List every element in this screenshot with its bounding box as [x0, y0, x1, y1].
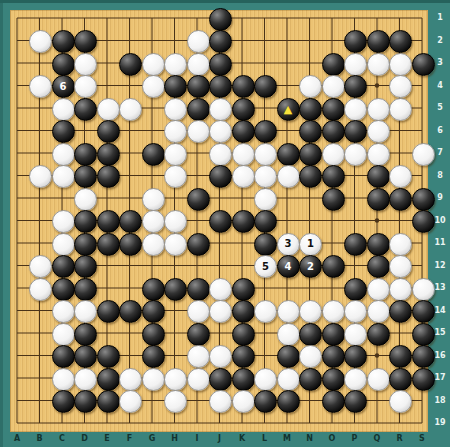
stone-white[interactable] — [142, 210, 165, 233]
star-point — [375, 218, 379, 222]
row-label: 12 — [430, 261, 450, 270]
column-label: R — [390, 434, 410, 443]
row-label: 3 — [430, 58, 450, 67]
stone-white[interactable] — [344, 143, 367, 166]
column-label: A — [7, 434, 27, 443]
stone-black[interactable] — [97, 390, 120, 413]
stone-white[interactable] — [164, 143, 187, 166]
stone-white[interactable] — [344, 300, 367, 323]
stone-black[interactable] — [74, 165, 97, 188]
stone-white[interactable] — [299, 345, 322, 368]
move-number-label: 4 — [285, 262, 292, 272]
stone-white[interactable] — [164, 368, 187, 391]
stone-white[interactable] — [164, 233, 187, 256]
stone-black[interactable] — [254, 120, 277, 143]
column-label: G — [142, 434, 162, 443]
stone-white[interactable] — [142, 75, 165, 98]
stone-black[interactable] — [254, 75, 277, 98]
column-label: I — [187, 434, 207, 443]
stone-white[interactable]: 5 — [254, 255, 277, 278]
stone-black[interactable] — [209, 210, 232, 233]
stone-white[interactable] — [367, 300, 390, 323]
column-label: S — [412, 434, 432, 443]
stone-black[interactable] — [187, 323, 210, 346]
stone-black[interactable] — [142, 345, 165, 368]
stone-white[interactable] — [232, 165, 255, 188]
stone-white[interactable] — [344, 323, 367, 346]
stone-black[interactable]: 4 — [277, 255, 300, 278]
stone-white[interactable] — [29, 30, 52, 53]
stone-black[interactable] — [322, 345, 345, 368]
stone-black[interactable] — [344, 120, 367, 143]
stone-black[interactable] — [187, 278, 210, 301]
stone-white[interactable] — [164, 390, 187, 413]
stone-white[interactable] — [187, 120, 210, 143]
stone-black[interactable] — [322, 98, 345, 121]
stone-white[interactable] — [254, 188, 277, 211]
stone-black[interactable] — [299, 120, 322, 143]
stone-black[interactable]: 2 — [299, 255, 322, 278]
stone-black[interactable] — [299, 98, 322, 121]
stone-black[interactable] — [232, 300, 255, 323]
stone-white[interactable] — [164, 165, 187, 188]
stone-black[interactable] — [142, 278, 165, 301]
stone-white[interactable] — [299, 75, 322, 98]
stone-black[interactable] — [74, 255, 97, 278]
stone-black[interactable] — [232, 98, 255, 121]
stone-black[interactable] — [142, 143, 165, 166]
stone-white[interactable] — [322, 143, 345, 166]
stone-white[interactable] — [74, 188, 97, 211]
stone-black[interactable] — [232, 210, 255, 233]
stone-black[interactable] — [232, 75, 255, 98]
stone-black[interactable] — [97, 300, 120, 323]
stone-black[interactable] — [119, 53, 142, 76]
column-label: K — [232, 434, 252, 443]
stone-white[interactable]: 1 — [299, 233, 322, 256]
stone-white[interactable] — [142, 368, 165, 391]
stone-white[interactable] — [209, 345, 232, 368]
stone-white[interactable] — [52, 165, 75, 188]
stone-white[interactable] — [209, 143, 232, 166]
stone-black[interactable] — [97, 120, 120, 143]
stone-white[interactable] — [164, 120, 187, 143]
stone-white[interactable] — [52, 300, 75, 323]
stone-white[interactable] — [29, 75, 52, 98]
stone-white[interactable] — [74, 53, 97, 76]
row-label: 4 — [430, 81, 450, 90]
move-number-label: 2 — [307, 262, 314, 272]
move-number-label: 5 — [262, 262, 269, 272]
stone-black[interactable] — [254, 390, 277, 413]
stone-white[interactable] — [209, 390, 232, 413]
stone-black[interactable] — [389, 30, 412, 53]
stone-black[interactable] — [322, 188, 345, 211]
stone-black[interactable] — [164, 75, 187, 98]
row-label: 15 — [430, 328, 450, 337]
row-label: 7 — [430, 148, 450, 157]
move-number-label: 6 — [60, 82, 67, 92]
stone-white[interactable] — [187, 300, 210, 323]
stone-black[interactable] — [344, 345, 367, 368]
stone-white[interactable] — [232, 143, 255, 166]
stone-black[interactable] — [97, 345, 120, 368]
stone-black[interactable] — [142, 323, 165, 346]
stone-black[interactable] — [74, 30, 97, 53]
stone-black[interactable] — [389, 188, 412, 211]
stone-black[interactable] — [299, 165, 322, 188]
stone-white[interactable] — [367, 98, 390, 121]
stone-black[interactable] — [209, 75, 232, 98]
stone-black[interactable] — [322, 390, 345, 413]
stone-black[interactable] — [344, 278, 367, 301]
stone-black[interactable] — [367, 233, 390, 256]
row-label: 16 — [430, 351, 450, 360]
stone-black[interactable] — [52, 120, 75, 143]
stone-black[interactable] — [232, 345, 255, 368]
column-label: J — [210, 434, 230, 443]
row-label: 5 — [430, 103, 450, 112]
stone-black[interactable] — [142, 300, 165, 323]
column-label: Q — [367, 434, 387, 443]
stone-black[interactable] — [97, 165, 120, 188]
stone-white[interactable] — [209, 120, 232, 143]
stone-white[interactable] — [254, 368, 277, 391]
column-label: O — [322, 434, 342, 443]
stone-black[interactable] — [389, 345, 412, 368]
stone-white[interactable] — [389, 165, 412, 188]
stone-black[interactable] — [277, 345, 300, 368]
row-label: 14 — [430, 306, 450, 315]
stone-white[interactable] — [367, 120, 390, 143]
stone-black[interactable] — [299, 323, 322, 346]
star-point — [375, 83, 379, 87]
stone-white[interactable] — [52, 368, 75, 391]
stone-black[interactable] — [52, 345, 75, 368]
stone-white[interactable] — [142, 233, 165, 256]
stone-black[interactable] — [119, 210, 142, 233]
stone-white[interactable] — [52, 210, 75, 233]
column-label: B — [30, 434, 50, 443]
stone-black[interactable] — [344, 390, 367, 413]
stone-white[interactable] — [254, 165, 277, 188]
stone-white[interactable] — [97, 98, 120, 121]
stone-white[interactable] — [29, 165, 52, 188]
stone-black[interactable]: 6 — [52, 75, 75, 98]
stone-white[interactable] — [389, 53, 412, 76]
stone-black[interactable] — [254, 233, 277, 256]
stone-white[interactable] — [142, 188, 165, 211]
stone-black[interactable] — [277, 390, 300, 413]
stone-black[interactable] — [74, 390, 97, 413]
stone-white[interactable] — [389, 278, 412, 301]
stone-white[interactable] — [52, 143, 75, 166]
stone-white[interactable] — [367, 143, 390, 166]
stone-black[interactable] — [209, 30, 232, 53]
stone-black[interactable] — [322, 255, 345, 278]
move-number-label: 3 — [285, 239, 292, 249]
stone-black[interactable] — [74, 233, 97, 256]
stone-black[interactable] — [187, 233, 210, 256]
stone-white[interactable] — [119, 390, 142, 413]
stone-white[interactable] — [187, 368, 210, 391]
stone-white[interactable] — [187, 53, 210, 76]
column-label: P — [345, 434, 365, 443]
stone-white[interactable] — [367, 53, 390, 76]
stone-white[interactable] — [277, 165, 300, 188]
stone-black[interactable] — [209, 165, 232, 188]
stone-white[interactable] — [187, 30, 210, 53]
stone-black[interactable] — [74, 210, 97, 233]
go-app-window: 6▲31542 ABCDEFGHIJKLMNOPQRS1234567891011… — [0, 0, 450, 447]
stone-black[interactable] — [187, 98, 210, 121]
stone-white[interactable] — [254, 143, 277, 166]
row-label: 8 — [430, 171, 450, 180]
stone-black[interactable] — [367, 165, 390, 188]
stone-white[interactable] — [277, 323, 300, 346]
stone-white[interactable] — [344, 53, 367, 76]
stone-black[interactable] — [232, 323, 255, 346]
stone-white[interactable] — [74, 300, 97, 323]
stone-white[interactable] — [209, 98, 232, 121]
stone-white[interactable]: 3 — [277, 233, 300, 256]
stone-black[interactable] — [97, 210, 120, 233]
stone-black[interactable] — [74, 345, 97, 368]
stone-black[interactable] — [322, 368, 345, 391]
triangle-marker: ▲ — [284, 104, 292, 115]
column-label: H — [165, 434, 185, 443]
column-label: E — [97, 434, 117, 443]
stone-black[interactable] — [52, 278, 75, 301]
row-label: 6 — [430, 126, 450, 135]
column-label: D — [75, 434, 95, 443]
stone-white[interactable] — [299, 300, 322, 323]
row-label: 19 — [430, 418, 450, 427]
stone-white[interactable] — [52, 233, 75, 256]
row-label: 9 — [430, 193, 450, 202]
stone-black[interactable] — [299, 368, 322, 391]
stone-black[interactable] — [52, 390, 75, 413]
stone-white[interactable] — [367, 368, 390, 391]
stone-black[interactable] — [52, 255, 75, 278]
stone-black[interactable] — [97, 368, 120, 391]
stone-white[interactable] — [322, 75, 345, 98]
stone-black[interactable] — [344, 30, 367, 53]
column-label: C — [52, 434, 72, 443]
column-label: L — [255, 434, 275, 443]
stone-white[interactable] — [389, 255, 412, 278]
column-label: F — [120, 434, 140, 443]
stone-black[interactable] — [232, 278, 255, 301]
stone-black[interactable] — [52, 53, 75, 76]
stone-black[interactable] — [389, 368, 412, 391]
stone-white[interactable] — [389, 233, 412, 256]
column-label: M — [277, 434, 297, 443]
stone-white[interactable] — [254, 300, 277, 323]
stone-black[interactable] — [74, 98, 97, 121]
stone-black[interactable] — [74, 278, 97, 301]
stone-white[interactable] — [142, 53, 165, 76]
stone-black[interactable] — [209, 8, 232, 31]
stone-white[interactable] — [119, 368, 142, 391]
stone-black[interactable] — [119, 300, 142, 323]
stone-black[interactable]: ▲ — [277, 98, 300, 121]
stone-black[interactable] — [74, 143, 97, 166]
stone-white[interactable] — [187, 345, 210, 368]
goban[interactable]: 6▲31542 — [10, 10, 428, 432]
stone-black[interactable] — [164, 278, 187, 301]
stone-white[interactable] — [277, 300, 300, 323]
row-label: 1 — [430, 13, 450, 22]
row-label: 17 — [430, 373, 450, 382]
stone-white[interactable] — [367, 278, 390, 301]
stone-black[interactable] — [389, 300, 412, 323]
stone-white[interactable] — [164, 210, 187, 233]
row-label: 18 — [430, 396, 450, 405]
stone-white[interactable] — [344, 368, 367, 391]
stone-black[interactable] — [367, 188, 390, 211]
stone-black[interactable] — [322, 53, 345, 76]
stone-black[interactable] — [344, 233, 367, 256]
stone-black[interactable] — [367, 255, 390, 278]
stone-black[interactable] — [97, 143, 120, 166]
star-point — [375, 353, 379, 357]
stone-white[interactable] — [52, 323, 75, 346]
stone-white[interactable] — [209, 278, 232, 301]
stone-black[interactable] — [367, 323, 390, 346]
row-label: 13 — [430, 283, 450, 292]
stone-white[interactable] — [164, 98, 187, 121]
stone-white[interactable] — [164, 53, 187, 76]
stone-black[interactable] — [209, 368, 232, 391]
row-label: 11 — [430, 238, 450, 247]
stone-black[interactable] — [232, 368, 255, 391]
stone-black[interactable] — [97, 233, 120, 256]
stone-black[interactable] — [119, 233, 142, 256]
stone-white[interactable] — [74, 75, 97, 98]
stone-black[interactable] — [277, 143, 300, 166]
stone-black[interactable] — [322, 165, 345, 188]
stone-white[interactable] — [344, 98, 367, 121]
stone-black[interactable] — [367, 30, 390, 53]
stone-white[interactable] — [277, 368, 300, 391]
stone-white[interactable] — [209, 300, 232, 323]
stone-white[interactable] — [74, 368, 97, 391]
stone-black[interactable] — [254, 210, 277, 233]
row-label: 2 — [430, 36, 450, 45]
stone-black[interactable] — [209, 53, 232, 76]
column-label: N — [300, 434, 320, 443]
stone-black[interactable] — [322, 120, 345, 143]
stone-white[interactable] — [52, 98, 75, 121]
move-number-label: 1 — [307, 239, 314, 249]
stone-white[interactable] — [389, 75, 412, 98]
stone-white[interactable] — [29, 255, 52, 278]
stone-black[interactable] — [187, 75, 210, 98]
stone-white[interactable] — [389, 98, 412, 121]
stone-white[interactable] — [29, 278, 52, 301]
stone-black[interactable] — [299, 143, 322, 166]
stone-black[interactable] — [52, 30, 75, 53]
stone-black[interactable] — [344, 75, 367, 98]
stone-white[interactable] — [389, 390, 412, 413]
stone-black[interactable] — [322, 323, 345, 346]
stone-white[interactable] — [232, 390, 255, 413]
stone-black[interactable] — [187, 188, 210, 211]
stone-white[interactable] — [119, 98, 142, 121]
stone-white[interactable] — [322, 300, 345, 323]
stone-black[interactable] — [74, 323, 97, 346]
stone-black[interactable] — [232, 120, 255, 143]
row-label: 10 — [430, 216, 450, 225]
